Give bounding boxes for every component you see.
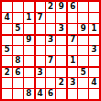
cell-r3c9-given-1[interactable]: 1 (89, 24, 99, 34)
cell-r7c4-given-3[interactable]: 3 (35, 67, 45, 77)
cell-r1c2-empty[interactable] (13, 2, 23, 12)
cell-r6c8-empty[interactable] (78, 56, 88, 66)
cell-r9c1-empty[interactable] (2, 89, 12, 99)
cell-r8c7-given-3[interactable]: 3 (67, 78, 77, 88)
cell-r3c7-empty[interactable] (67, 24, 77, 34)
cell-r7c2-given-6[interactable]: 6 (13, 67, 23, 77)
cell-r5c8-empty[interactable] (78, 46, 88, 56)
cell-r2c4-given-7[interactable]: 7 (35, 13, 45, 23)
cell-r9c2-empty[interactable] (13, 89, 23, 99)
cell-r2c3-given-1[interactable]: 1 (24, 13, 34, 23)
cell-r4c2-empty[interactable] (13, 35, 23, 45)
cell-r8c4-empty[interactable] (35, 78, 45, 88)
cell-r9c5-given-6[interactable]: 6 (46, 89, 56, 99)
cell-r1c4-empty[interactable] (35, 2, 45, 12)
cell-r8c8-empty[interactable] (78, 78, 88, 88)
cell-r4c9-empty[interactable] (89, 35, 99, 45)
cell-r8c6-given-2[interactable]: 2 (56, 78, 66, 88)
cell-r1c1-empty[interactable] (2, 2, 12, 12)
cell-r5c4-empty[interactable] (35, 46, 45, 56)
cell-r4c1-empty[interactable] (2, 35, 12, 45)
cell-r7c8-given-5[interactable]: 5 (78, 67, 88, 77)
cell-r6c1-empty[interactable] (2, 56, 12, 66)
cell-r8c1-empty[interactable] (2, 78, 12, 88)
cell-r5c3-empty[interactable] (24, 46, 34, 56)
cell-r6c7-given-1[interactable]: 1 (67, 56, 77, 66)
cell-r9c3-given-8[interactable]: 8 (24, 89, 34, 99)
cell-r7c3-empty[interactable] (24, 67, 34, 77)
cell-r5c9-given-3[interactable]: 3 (89, 46, 99, 56)
cell-r6c6-empty[interactable] (56, 56, 66, 66)
cell-r2c5-empty[interactable] (46, 13, 56, 23)
cell-r5c7-empty[interactable] (67, 46, 77, 56)
cell-r4c4-empty[interactable] (35, 35, 45, 45)
cell-r4c5-given-3[interactable]: 3 (46, 35, 56, 45)
cell-r4c3-given-9[interactable]: 9 (24, 35, 34, 45)
cell-r8c3-empty[interactable] (24, 78, 34, 88)
cell-r1c3-empty[interactable] (24, 2, 34, 12)
cell-r9c4-given-4[interactable]: 4 (35, 89, 45, 99)
cell-r2c7-empty[interactable] (67, 13, 77, 23)
cell-r7c1-given-2[interactable]: 2 (2, 67, 12, 77)
cell-r8c9-given-4[interactable]: 4 (89, 78, 99, 88)
cell-r6c5-given-7[interactable]: 7 (46, 56, 56, 66)
cell-r3c8-given-9[interactable]: 9 (78, 24, 88, 34)
cell-r9c6-empty[interactable] (56, 89, 66, 99)
cell-r5c2-empty[interactable] (13, 46, 23, 56)
cell-r7c9-empty[interactable] (89, 67, 99, 77)
cell-r8c5-empty[interactable] (46, 78, 56, 88)
cell-r1c8-empty[interactable] (78, 2, 88, 12)
cell-r5c6-empty[interactable] (56, 46, 66, 56)
cell-r2c8-empty[interactable] (78, 13, 88, 23)
cell-r7c7-empty[interactable] (67, 67, 77, 77)
cell-r1c7-given-6[interactable]: 6 (67, 2, 77, 12)
cell-r5c1-given-5[interactable]: 5 (2, 46, 12, 56)
cell-r3c3-empty[interactable] (24, 24, 34, 34)
cell-r3c6-given-3[interactable]: 3 (56, 24, 66, 34)
cell-r1c6-given-9[interactable]: 9 (56, 2, 66, 12)
cell-r6c4-empty[interactable] (35, 56, 45, 66)
cell-r6c9-empty[interactable] (89, 56, 99, 66)
cell-r1c9-empty[interactable] (89, 2, 99, 12)
cell-r3c5-empty[interactable] (46, 24, 56, 34)
cell-r4c7-given-7[interactable]: 7 (67, 35, 77, 45)
cell-r3c1-empty[interactable] (2, 24, 12, 34)
sudoku-board: 2964175391937538712635234846 (0, 0, 101, 101)
cell-r4c8-empty[interactable] (78, 35, 88, 45)
cell-r3c2-given-5[interactable]: 5 (13, 24, 23, 34)
cell-r1c5-given-2[interactable]: 2 (46, 2, 56, 12)
cell-r7c5-empty[interactable] (46, 67, 56, 77)
cell-r2c9-empty[interactable] (89, 13, 99, 23)
cell-r9c9-empty[interactable] (89, 89, 99, 99)
cell-r6c2-given-8[interactable]: 8 (13, 56, 23, 66)
cell-r5c5-empty[interactable] (46, 46, 56, 56)
cell-r2c1-given-4[interactable]: 4 (2, 13, 12, 23)
cell-r4c6-empty[interactable] (56, 35, 66, 45)
cell-r9c8-empty[interactable] (78, 89, 88, 99)
cell-r3c4-empty[interactable] (35, 24, 45, 34)
cell-r7c6-empty[interactable] (56, 67, 66, 77)
cell-r2c6-empty[interactable] (56, 13, 66, 23)
cell-r8c2-empty[interactable] (13, 78, 23, 88)
cell-r2c2-empty[interactable] (13, 13, 23, 23)
cell-r9c7-empty[interactable] (67, 89, 77, 99)
cell-r6c3-empty[interactable] (24, 56, 34, 66)
